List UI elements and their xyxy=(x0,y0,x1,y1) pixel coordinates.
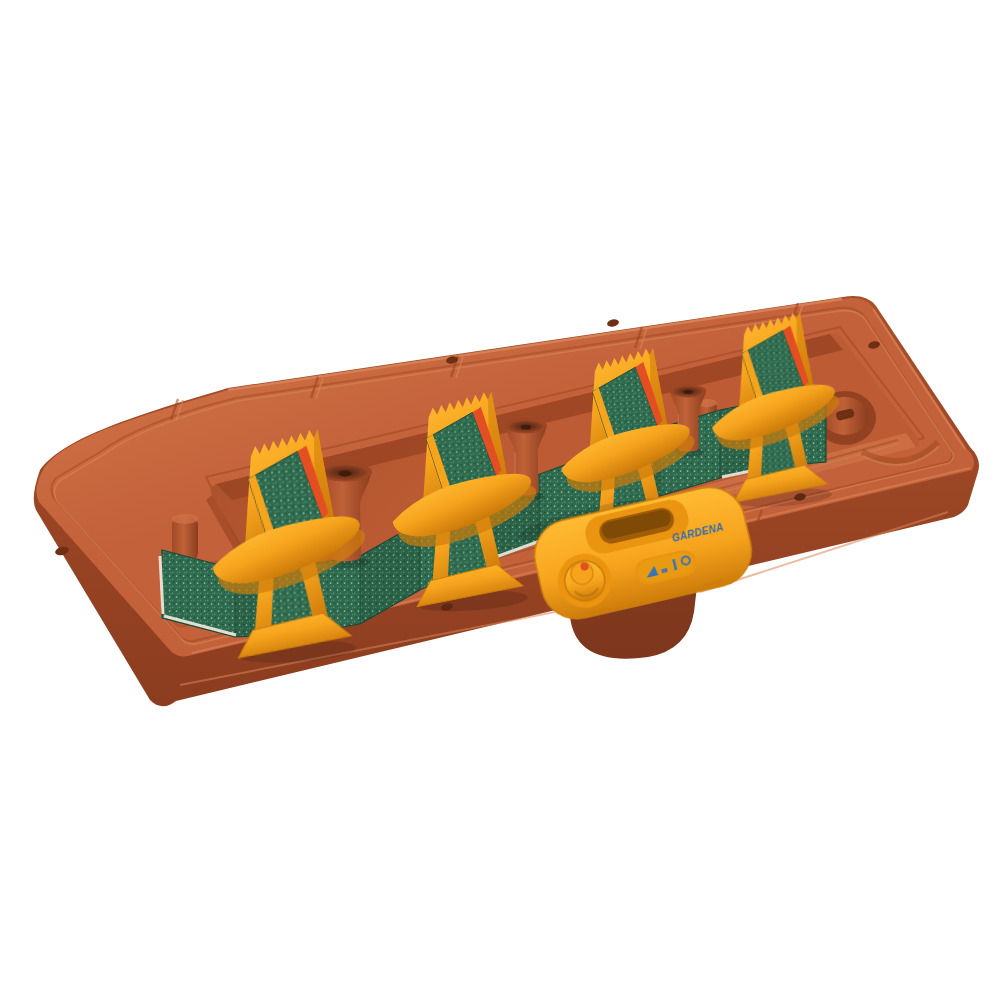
product-photo-stage: GARDENA xyxy=(0,0,1000,1000)
watering-set-photo: GARDENA xyxy=(0,0,1000,1000)
